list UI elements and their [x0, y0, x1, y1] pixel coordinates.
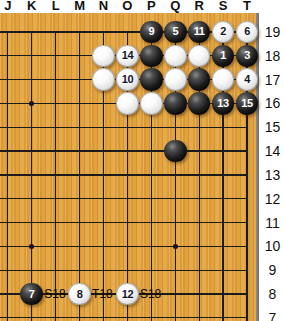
caption-stone-number: 12: [122, 289, 133, 300]
row-label-15: 15: [261, 119, 284, 135]
grid-line-row-7: [0, 317, 248, 318]
row-label-19: 19: [261, 24, 284, 40]
stone-black-q16[interactable]: [164, 92, 187, 115]
grid-line-col-k: [31, 32, 32, 321]
caption-stone-7: 7: [20, 283, 43, 306]
caption-location-text-0: S18: [44, 287, 65, 301]
stone-white-t17[interactable]: 4: [236, 68, 259, 91]
row-label-14: 14: [261, 143, 284, 159]
stone-move-number: 14: [122, 50, 133, 61]
stone-black-p17[interactable]: [140, 68, 163, 91]
stone-black-s16[interactable]: 13: [212, 92, 235, 115]
column-label-s: S: [211, 0, 235, 13]
stone-white-n18[interactable]: [92, 45, 115, 68]
caption-stone-number: 7: [29, 289, 35, 300]
stone-move-number: 2: [220, 26, 226, 37]
star-point-q10: [173, 244, 178, 249]
column-label-m: M: [68, 0, 92, 13]
stone-black-p19[interactable]: 9: [140, 21, 163, 44]
column-label-k: K: [20, 0, 44, 13]
grid-line-row-10: [0, 246, 248, 247]
stone-move-number: 10: [122, 74, 133, 85]
caption-stone-8: 8: [68, 283, 91, 306]
stone-move-number: 3: [244, 50, 250, 61]
stone-move-number: 13: [217, 98, 228, 109]
stone-move-number: 1: [220, 50, 226, 61]
row-label-16: 16: [261, 95, 284, 111]
row-label-9: 9: [261, 262, 284, 278]
stone-white-q18[interactable]: [164, 45, 187, 68]
column-label-l: L: [44, 0, 68, 13]
stone-move-number: 9: [148, 26, 154, 37]
grid-line-col-l: [55, 32, 56, 321]
row-label-17: 17: [261, 72, 284, 88]
grid-line-row-13: [0, 174, 248, 175]
column-label-p: P: [139, 0, 163, 13]
row-label-7: 7: [261, 310, 284, 321]
column-label-r: R: [187, 0, 211, 13]
row-label-11: 11: [261, 215, 284, 231]
grid-line-row-11: [0, 222, 248, 223]
stone-move-number: 5: [172, 26, 178, 37]
column-label-n: N: [91, 0, 115, 13]
stone-white-s17[interactable]: [212, 68, 235, 91]
stone-white-o18[interactable]: 14: [116, 45, 139, 68]
grid-line-col-m: [79, 32, 80, 321]
column-label-t: T: [235, 0, 259, 13]
row-label-13: 13: [261, 167, 284, 183]
stone-black-p18[interactable]: [140, 45, 163, 68]
grid-line-row-9: [0, 270, 248, 271]
grid-line-row-12: [0, 198, 248, 199]
stone-move-number: 6: [244, 26, 250, 37]
stone-black-q14[interactable]: [164, 140, 187, 163]
stone-white-o17[interactable]: 10: [116, 68, 139, 91]
grid-line-col-j: [7, 32, 8, 321]
grid-line-row-14: [0, 150, 248, 151]
column-label-o: O: [115, 0, 139, 13]
grid-line-row-19: [0, 31, 248, 32]
column-label-q: Q: [163, 0, 187, 13]
column-label-j: J: [0, 0, 20, 13]
stone-move-number: 11: [194, 26, 205, 37]
row-label-18: 18: [261, 48, 284, 64]
stone-move-number: 15: [241, 98, 252, 109]
caption-location-text-1: T18: [92, 287, 113, 301]
row-label-8: 8: [261, 286, 284, 302]
caption-stone-number: 8: [77, 289, 83, 300]
row-label-10: 10: [261, 238, 284, 254]
caption-stone-12: 12: [116, 283, 139, 306]
grid-line-row-15: [0, 127, 248, 128]
stone-white-n17[interactable]: [92, 68, 115, 91]
stone-white-o16[interactable]: [116, 92, 139, 115]
go-move-diagram: JKLMNOPQRST19181716151413121110987951126…: [0, 0, 284, 321]
stone-white-p16[interactable]: [140, 92, 163, 115]
stone-white-q17[interactable]: [164, 68, 187, 91]
row-label-12: 12: [261, 191, 284, 207]
stone-black-r16[interactable]: [188, 92, 211, 115]
stone-black-q19[interactable]: 5: [164, 21, 187, 44]
stone-black-t16[interactable]: 15: [236, 92, 259, 115]
stone-move-number: 4: [244, 74, 250, 85]
caption-location-text-2: S18: [140, 287, 161, 301]
